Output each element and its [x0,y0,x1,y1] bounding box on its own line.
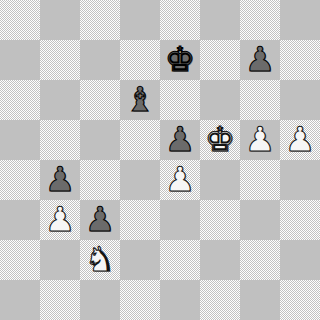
square-e3[interactable] [160,200,200,240]
square-f5[interactable]: ♚ [200,120,240,160]
square-d7[interactable] [120,40,160,80]
chess-board: ♚♟♝♟♚♟♟♟♟♟♟♞ [0,0,320,320]
square-h8[interactable] [280,0,320,40]
piece-white-knight-c2[interactable]: ♞ [85,240,115,279]
square-a1[interactable] [0,280,40,320]
square-c3[interactable]: ♟ [80,200,120,240]
square-g4[interactable] [240,160,280,200]
piece-white-pawn-h5[interactable]: ♟ [285,120,315,159]
square-f6[interactable] [200,80,240,120]
square-f8[interactable] [200,0,240,40]
square-f3[interactable] [200,200,240,240]
square-b3[interactable]: ♟ [40,200,80,240]
square-g8[interactable] [240,0,280,40]
square-a5[interactable] [0,120,40,160]
piece-black-pawn-g7[interactable]: ♟ [245,40,275,79]
square-h4[interactable] [280,160,320,200]
square-b1[interactable] [40,280,80,320]
square-a7[interactable] [0,40,40,80]
square-a8[interactable] [0,0,40,40]
square-h7[interactable] [280,40,320,80]
square-g5[interactable]: ♟ [240,120,280,160]
square-h3[interactable] [280,200,320,240]
square-h5[interactable]: ♟ [280,120,320,160]
square-g3[interactable] [240,200,280,240]
square-e6[interactable] [160,80,200,120]
square-d3[interactable] [120,200,160,240]
square-c8[interactable] [80,0,120,40]
piece-black-king-e7[interactable]: ♚ [165,40,195,79]
square-d2[interactable] [120,240,160,280]
square-a3[interactable] [0,200,40,240]
square-b6[interactable] [40,80,80,120]
square-a4[interactable] [0,160,40,200]
square-e4[interactable]: ♟ [160,160,200,200]
piece-white-pawn-g5[interactable]: ♟ [245,120,275,159]
square-b4[interactable]: ♟ [40,160,80,200]
square-f4[interactable] [200,160,240,200]
square-g6[interactable] [240,80,280,120]
square-f7[interactable] [200,40,240,80]
piece-black-bishop-d6[interactable]: ♝ [125,80,155,119]
square-d8[interactable] [120,0,160,40]
square-b5[interactable] [40,120,80,160]
square-d5[interactable] [120,120,160,160]
piece-black-pawn-b4[interactable]: ♟ [45,160,75,199]
piece-white-king-f5[interactable]: ♚ [205,120,235,159]
square-e2[interactable] [160,240,200,280]
square-h6[interactable] [280,80,320,120]
square-d6[interactable]: ♝ [120,80,160,120]
piece-white-pawn-e4[interactable]: ♟ [165,160,195,199]
square-g1[interactable] [240,280,280,320]
square-c1[interactable] [80,280,120,320]
square-g2[interactable] [240,240,280,280]
piece-black-pawn-c3[interactable]: ♟ [85,200,115,239]
square-b2[interactable] [40,240,80,280]
square-c7[interactable] [80,40,120,80]
square-e8[interactable] [160,0,200,40]
square-c6[interactable] [80,80,120,120]
square-e5[interactable]: ♟ [160,120,200,160]
square-h1[interactable] [280,280,320,320]
square-f1[interactable] [200,280,240,320]
square-a2[interactable] [0,240,40,280]
square-b8[interactable] [40,0,80,40]
square-d4[interactable] [120,160,160,200]
square-c4[interactable] [80,160,120,200]
square-c5[interactable] [80,120,120,160]
piece-white-pawn-b3[interactable]: ♟ [45,200,75,239]
square-g7[interactable]: ♟ [240,40,280,80]
square-e7[interactable]: ♚ [160,40,200,80]
square-a6[interactable] [0,80,40,120]
square-h2[interactable] [280,240,320,280]
square-e1[interactable] [160,280,200,320]
piece-black-pawn-e5[interactable]: ♟ [165,120,195,159]
square-b7[interactable] [40,40,80,80]
square-c2[interactable]: ♞ [80,240,120,280]
square-d1[interactable] [120,280,160,320]
square-f2[interactable] [200,240,240,280]
